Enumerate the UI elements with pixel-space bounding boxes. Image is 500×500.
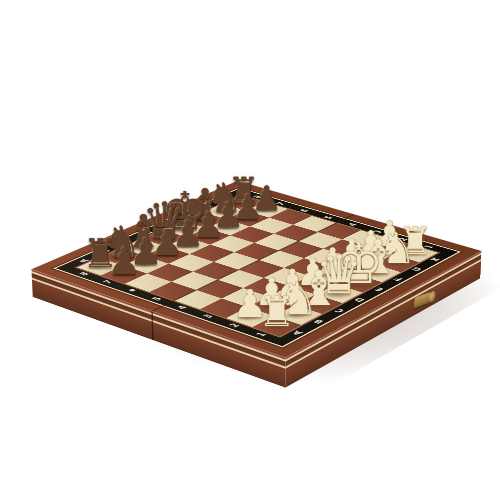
coord-label-h: H <box>428 257 441 262</box>
square-a5 <box>150 282 197 301</box>
square-b6 <box>147 264 193 282</box>
coord-label-d: D <box>352 297 366 303</box>
coord-label-7: 7 <box>101 279 114 284</box>
coord-label-c: C <box>332 308 345 314</box>
square-a6 <box>125 274 171 292</box>
square-c4 <box>218 270 264 288</box>
coord-label-a: A <box>290 330 304 336</box>
square-e2 <box>310 266 356 284</box>
square-a8 <box>77 258 123 276</box>
square-b1 <box>274 305 322 325</box>
square-d2 <box>290 276 336 295</box>
square-a3 <box>200 299 248 319</box>
coord-label-g: G <box>410 266 423 271</box>
coord-label-b: B <box>311 319 325 325</box>
square-c1 <box>295 294 342 313</box>
coord-label-5: 5 <box>150 296 163 301</box>
square-b4 <box>196 280 243 299</box>
square-d4 <box>239 260 284 278</box>
square-b5 <box>172 272 218 290</box>
square-b2 <box>248 296 295 315</box>
coord-label-e: E <box>372 287 384 292</box>
square-d3 <box>264 268 310 286</box>
coord-label-a: A <box>76 258 89 263</box>
square-c5 <box>193 262 239 280</box>
coord-label-3: 3 <box>201 313 215 318</box>
fold-seam-side <box>151 311 153 340</box>
coord-label-4: 4 <box>175 305 189 310</box>
square-e1 <box>336 274 382 292</box>
square-d1 <box>316 284 363 303</box>
square-f1 <box>355 264 400 282</box>
product-photo-scene: 87●5432187654321ABCDEFGHABCDEFGH ♜♞♝♛♚♝♞… <box>0 0 500 500</box>
square-b3 <box>222 288 269 307</box>
square-c2 <box>269 286 316 305</box>
coord-label-8: 8 <box>77 271 90 276</box>
square-c3 <box>243 278 289 297</box>
coord-label-dot: ● <box>127 288 137 292</box>
square-a1 <box>253 316 302 336</box>
square-a4 <box>175 290 222 309</box>
square-a2 <box>226 307 274 327</box>
coord-label-2: 2 <box>227 322 241 328</box>
coord-label-f: F <box>391 276 403 281</box>
clasp-latch <box>413 292 431 309</box>
coord-label-1: 1 <box>254 332 268 338</box>
square-e3 <box>284 258 329 276</box>
square-a7 <box>101 266 147 284</box>
chess-board: 87●5432187654321ABCDEFGHABCDEFGH <box>31 181 481 358</box>
